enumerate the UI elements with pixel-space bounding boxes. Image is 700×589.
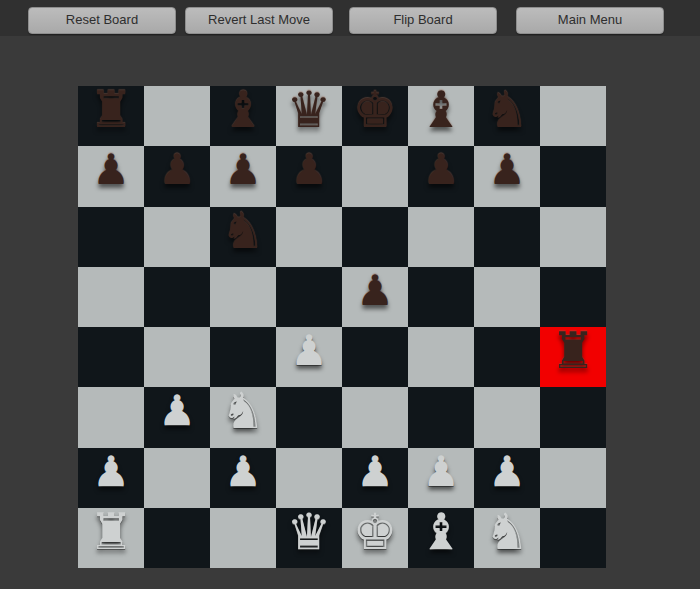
square-h1[interactable] <box>540 508 606 568</box>
black-bishop[interactable]: ♝ <box>210 80 276 140</box>
black-knight[interactable]: ♞ <box>474 80 540 140</box>
square-e7[interactable] <box>342 146 408 206</box>
black-rook[interactable]: ♜ <box>78 80 144 140</box>
main-menu-button[interactable]: Main Menu <box>516 7 664 34</box>
square-b6[interactable] <box>144 207 210 267</box>
square-a3[interactable] <box>78 387 144 447</box>
square-d8[interactable]: ♛ <box>276 86 342 146</box>
square-g8[interactable]: ♞ <box>474 86 540 146</box>
white-pawn[interactable]: ♟ <box>474 442 540 502</box>
square-d5[interactable] <box>276 267 342 327</box>
square-d7[interactable]: ♟ <box>276 146 342 206</box>
revert-last-move-button[interactable]: Revert Last Move <box>185 7 333 34</box>
square-a6[interactable] <box>78 207 144 267</box>
square-h7[interactable] <box>540 146 606 206</box>
square-a4[interactable] <box>78 327 144 387</box>
white-queen[interactable]: ♛ <box>276 502 342 562</box>
square-c6[interactable]: ♞ <box>210 207 276 267</box>
chess-app-screen: Reset Board Revert Last Move Flip Board … <box>0 0 700 589</box>
square-b4[interactable] <box>144 327 210 387</box>
square-a5[interactable] <box>78 267 144 327</box>
square-f7[interactable]: ♟ <box>408 146 474 206</box>
white-knight[interactable]: ♞ <box>474 502 540 562</box>
square-h8[interactable] <box>540 86 606 146</box>
square-f1[interactable]: ♝ <box>408 508 474 568</box>
black-pawn[interactable]: ♟ <box>210 140 276 200</box>
square-b7[interactable]: ♟ <box>144 146 210 206</box>
square-h3[interactable] <box>540 387 606 447</box>
white-bishop[interactable]: ♝ <box>408 502 474 562</box>
black-queen[interactable]: ♛ <box>276 80 342 140</box>
square-a1[interactable]: ♜ <box>78 508 144 568</box>
square-g4[interactable] <box>474 327 540 387</box>
square-b2[interactable] <box>144 448 210 508</box>
square-f8[interactable]: ♝ <box>408 86 474 146</box>
square-e8[interactable]: ♚ <box>342 86 408 146</box>
square-e4[interactable] <box>342 327 408 387</box>
white-pawn[interactable]: ♟ <box>210 442 276 502</box>
square-c1[interactable] <box>210 508 276 568</box>
toolbar: Reset Board Revert Last Move Flip Board … <box>0 0 700 36</box>
square-f2[interactable]: ♟ <box>408 448 474 508</box>
white-pawn[interactable]: ♟ <box>408 442 474 502</box>
white-pawn[interactable]: ♟ <box>276 321 342 381</box>
black-pawn[interactable]: ♟ <box>276 140 342 200</box>
black-pawn[interactable]: ♟ <box>408 140 474 200</box>
white-pawn[interactable]: ♟ <box>342 442 408 502</box>
square-f3[interactable] <box>408 387 474 447</box>
square-h5[interactable] <box>540 267 606 327</box>
square-g1[interactable]: ♞ <box>474 508 540 568</box>
square-c8[interactable]: ♝ <box>210 86 276 146</box>
square-d2[interactable] <box>276 448 342 508</box>
black-pawn[interactable]: ♟ <box>78 140 144 200</box>
white-pawn[interactable]: ♟ <box>144 381 210 441</box>
black-pawn[interactable]: ♟ <box>144 140 210 200</box>
square-g5[interactable] <box>474 267 540 327</box>
square-f5[interactable] <box>408 267 474 327</box>
square-e3[interactable] <box>342 387 408 447</box>
black-rook[interactable]: ♜ <box>540 321 606 381</box>
square-e6[interactable] <box>342 207 408 267</box>
white-knight[interactable]: ♞ <box>210 381 276 441</box>
black-pawn[interactable]: ♟ <box>474 140 540 200</box>
square-c3[interactable]: ♞ <box>210 387 276 447</box>
square-d4[interactable]: ♟ <box>276 327 342 387</box>
black-pawn[interactable]: ♟ <box>342 261 408 321</box>
chess-board: ♜♝♛♚♝♞♟♟♟♟♟♟♞♟♟♜♟♞♟♟♟♟♟♜♛♚♝♞ <box>78 86 606 568</box>
square-a8[interactable]: ♜ <box>78 86 144 146</box>
square-h6[interactable] <box>540 207 606 267</box>
square-b3[interactable]: ♟ <box>144 387 210 447</box>
square-d3[interactable] <box>276 387 342 447</box>
square-e1[interactable]: ♚ <box>342 508 408 568</box>
black-bishop[interactable]: ♝ <box>408 80 474 140</box>
square-g2[interactable]: ♟ <box>474 448 540 508</box>
white-pawn[interactable]: ♟ <box>78 442 144 502</box>
flip-board-button[interactable]: Flip Board <box>349 7 497 34</box>
reset-board-button[interactable]: Reset Board <box>28 7 176 34</box>
square-d1[interactable]: ♛ <box>276 508 342 568</box>
square-d6[interactable] <box>276 207 342 267</box>
square-h2[interactable] <box>540 448 606 508</box>
black-king[interactable]: ♚ <box>342 80 408 140</box>
square-f6[interactable] <box>408 207 474 267</box>
white-king[interactable]: ♚ <box>342 502 408 562</box>
square-b5[interactable] <box>144 267 210 327</box>
square-a2[interactable]: ♟ <box>78 448 144 508</box>
square-g6[interactable] <box>474 207 540 267</box>
square-c4[interactable] <box>210 327 276 387</box>
square-e5[interactable]: ♟ <box>342 267 408 327</box>
square-g7[interactable]: ♟ <box>474 146 540 206</box>
highlighted-square-h4[interactable]: ♜ <box>540 327 606 387</box>
square-c7[interactable]: ♟ <box>210 146 276 206</box>
white-rook[interactable]: ♜ <box>78 502 144 562</box>
square-f4[interactable] <box>408 327 474 387</box>
square-c2[interactable]: ♟ <box>210 448 276 508</box>
square-g3[interactable] <box>474 387 540 447</box>
square-b8[interactable] <box>144 86 210 146</box>
square-c5[interactable] <box>210 267 276 327</box>
black-knight[interactable]: ♞ <box>210 201 276 261</box>
square-e2[interactable]: ♟ <box>342 448 408 508</box>
square-b1[interactable] <box>144 508 210 568</box>
square-a7[interactable]: ♟ <box>78 146 144 206</box>
